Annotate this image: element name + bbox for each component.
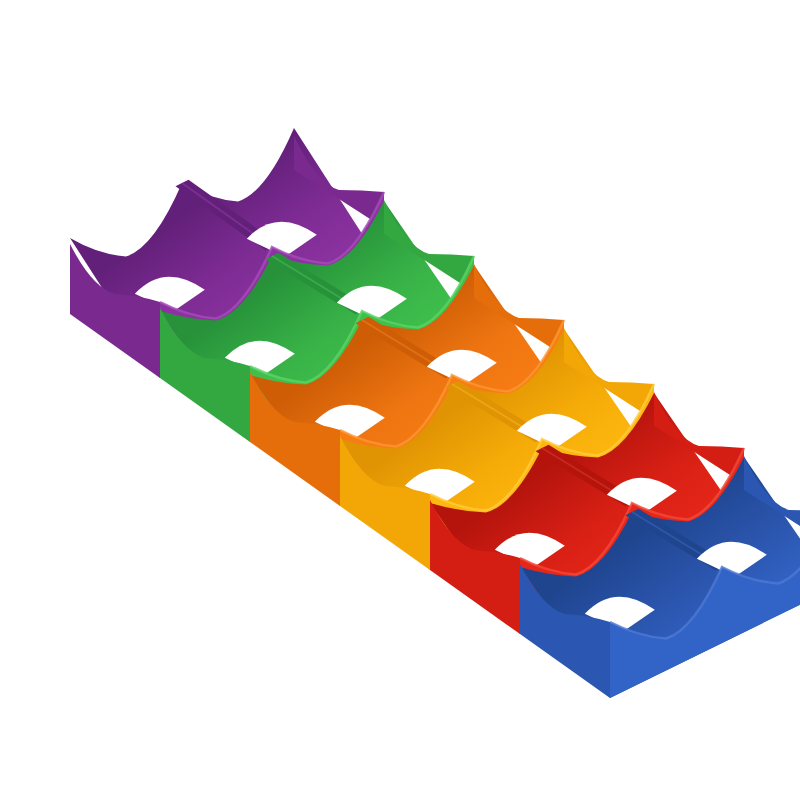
product-photo [40, 16, 800, 800]
scene-svg [40, 16, 800, 800]
